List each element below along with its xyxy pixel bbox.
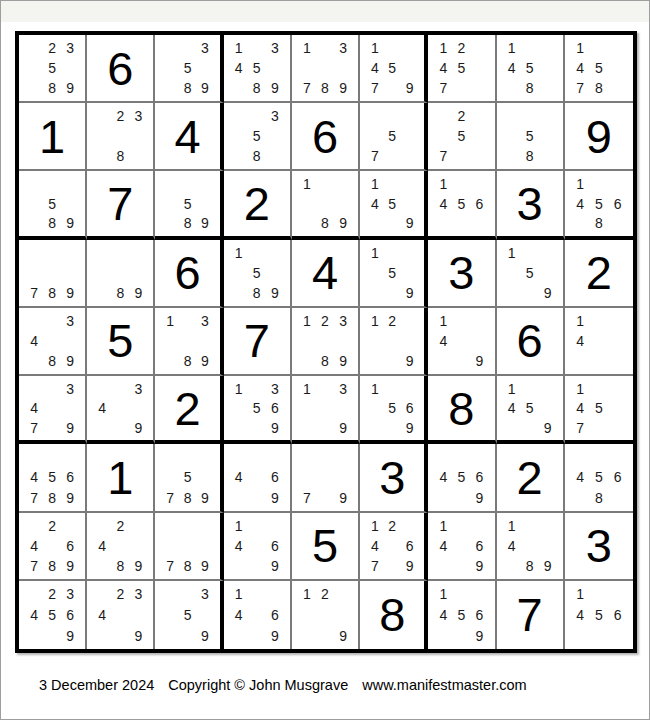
candidate-grid: 3589 [155, 35, 219, 101]
candidate-grid: 189 [292, 171, 358, 235]
candidate-digit: 6 [61, 467, 79, 487]
candidate-digit: 4 [503, 399, 521, 418]
cell-r7c1[interactable]: 456789 [19, 444, 87, 512]
candidate-digit: 4 [25, 331, 43, 351]
candidate-grid: 1457 [565, 376, 633, 440]
candidate-digit: 5 [248, 126, 266, 146]
cell-r4c2[interactable]: 89 [87, 240, 155, 308]
candidate-digit: 4 [93, 605, 111, 626]
candidate-digit: 1 [434, 38, 452, 58]
candidate-digit: 9 [266, 283, 284, 303]
candidate-digit: 8 [179, 78, 196, 98]
candidate-digit: 5 [384, 126, 401, 146]
candidate-digit: 1 [366, 516, 383, 536]
candidate-digit: 8 [43, 556, 61, 576]
candidate-grid: 12389 [292, 308, 358, 374]
candidate-digit: 7 [25, 283, 43, 303]
cell-r8c4[interactable]: 1469 [224, 513, 292, 581]
candidate-digit: 5 [43, 605, 61, 626]
candidate-digit: 9 [470, 487, 488, 507]
cell-r5c6[interactable]: 129 [360, 308, 428, 376]
cell-r5c3[interactable]: 1389 [155, 308, 223, 376]
candidate-digit: 4 [434, 467, 452, 487]
candidate-digit: 9 [334, 625, 352, 646]
candidate-digit: 3 [334, 311, 352, 331]
cell-r5c5[interactable]: 12389 [292, 308, 360, 376]
candidate-digit: 5 [521, 399, 539, 418]
candidate-digit: 5 [452, 194, 470, 213]
candidate-digit: 9 [61, 487, 79, 507]
solved-digit: 3 [517, 180, 543, 227]
cell-r9c3[interactable]: 359 [155, 581, 223, 649]
candidate-digit: 1 [503, 243, 521, 263]
candidate-digit: 9 [334, 213, 352, 232]
cell-r3c7[interactable]: 1456 [428, 171, 496, 239]
candidate-grid: 134589 [224, 35, 290, 101]
cell-r6c2[interactable]: 349 [87, 376, 155, 444]
candidate-grid: 58 [497, 103, 563, 169]
candidate-digit: 8 [521, 146, 539, 166]
candidate-grid: 57 [360, 103, 424, 169]
candidate-digit: 2 [316, 311, 334, 331]
candidate-digit: 4 [230, 605, 248, 626]
candidate-digit: 5 [384, 58, 401, 78]
cell-r8c1[interactable]: 246789 [19, 513, 87, 581]
cell-r7c2[interactable]: 1 [87, 444, 155, 512]
candidate-digit: 5 [521, 126, 539, 146]
candidate-digit: 5 [452, 605, 470, 626]
candidate-grid: 79 [292, 444, 358, 510]
candidate-digit: 1 [571, 174, 590, 193]
candidate-digit: 9 [129, 418, 147, 437]
candidate-digit: 7 [25, 556, 43, 576]
cell-r6c5[interactable]: 139 [292, 376, 360, 444]
candidate-digit: 4 [230, 536, 248, 556]
candidate-digit: 1 [571, 311, 590, 331]
candidate-digit: 2 [43, 516, 61, 536]
candidate-digit: 1 [298, 38, 316, 58]
solved-digit: 8 [448, 385, 474, 432]
candidate-grid: 12457 [428, 35, 494, 101]
candidate-digit: 8 [111, 283, 129, 303]
cell-r9c5[interactable]: 129 [292, 581, 360, 649]
cell-r3c8[interactable]: 3 [497, 171, 565, 239]
candidate-digit: 1 [366, 38, 383, 58]
candidate-digit: 8 [590, 213, 609, 232]
cell-r4c1[interactable]: 789 [19, 240, 87, 308]
cell-r9c8[interactable]: 7 [497, 581, 565, 649]
candidate-digit: 6 [608, 605, 627, 626]
cell-r8c3[interactable]: 789 [155, 513, 223, 581]
cell-r1c6[interactable]: 14579 [360, 35, 428, 103]
cell-r7c9[interactable]: 4568 [565, 444, 633, 512]
candidate-digit: 9 [266, 556, 284, 576]
candidate-grid: 5789 [155, 444, 219, 510]
candidate-digit: 3 [61, 38, 79, 58]
solved-digit: 3 [448, 249, 474, 296]
candidate-grid: 124679 [360, 513, 424, 579]
cell-r2c4[interactable]: 358 [224, 103, 292, 171]
candidate-grid: 129 [360, 308, 424, 374]
candidate-digit: 1 [571, 379, 590, 398]
candidate-grid: 1456 [428, 171, 494, 235]
candidate-digit: 4 [434, 58, 452, 78]
cell-r3c9[interactable]: 14568 [565, 171, 633, 239]
candidate-digit: 4 [571, 467, 590, 487]
solved-digit: 6 [312, 113, 338, 160]
candidate-digit: 8 [590, 78, 609, 98]
cell-r6c4[interactable]: 13569 [224, 376, 292, 444]
candidate-grid: 1459 [497, 376, 563, 440]
candidate-digit: 1 [161, 311, 178, 331]
cell-r9c2[interactable]: 2349 [87, 581, 155, 649]
solved-digit: 7 [517, 591, 543, 638]
candidate-digit: 4 [25, 399, 43, 418]
candidate-digit: 3 [196, 311, 213, 331]
candidate-digit: 5 [248, 263, 266, 283]
cell-r5c1[interactable]: 3489 [19, 308, 87, 376]
candidate-digit: 8 [43, 487, 61, 507]
candidate-grid: 1489 [497, 513, 563, 579]
cell-r7c8[interactable]: 2 [497, 444, 565, 512]
candidate-grid: 14568 [565, 171, 633, 235]
candidate-grid: 1456 [565, 581, 633, 649]
cell-r9c7[interactable]: 14569 [428, 581, 496, 649]
cell-r2c1[interactable]: 1 [19, 103, 87, 171]
cell-r6c8[interactable]: 1459 [497, 376, 565, 444]
candidate-grid: 1569 [360, 376, 424, 440]
candidate-grid: 13569 [224, 376, 290, 440]
candidate-digit: 8 [316, 78, 334, 98]
cell-r4c4[interactable]: 1589 [224, 240, 292, 308]
cell-r7c4[interactable]: 469 [224, 444, 292, 512]
cell-r4c8[interactable]: 159 [497, 240, 565, 308]
cell-r7c6[interactable]: 3 [360, 444, 428, 512]
candidate-digit: 9 [61, 78, 79, 98]
candidate-digit: 9 [470, 625, 488, 646]
candidate-digit: 9 [470, 556, 488, 576]
candidate-digit: 5 [179, 58, 196, 78]
cell-r8c8[interactable]: 1489 [497, 513, 565, 581]
candidate-digit: 5 [452, 467, 470, 487]
candidate-digit: 1 [366, 379, 383, 398]
candidate-digit: 2 [452, 106, 470, 126]
candidate-digit: 3 [266, 38, 284, 58]
candidate-digit: 8 [521, 556, 539, 576]
candidate-digit: 7 [298, 487, 316, 507]
candidate-digit: 2 [111, 516, 129, 536]
candidate-digit: 8 [316, 351, 334, 371]
candidate-grid: 589 [19, 171, 85, 235]
candidate-digit: 1 [434, 584, 452, 605]
candidate-grid: 1459 [360, 171, 424, 235]
candidate-grid: 789 [155, 513, 219, 579]
candidate-digit: 9 [266, 487, 284, 507]
candidate-digit: 2 [43, 38, 61, 58]
cell-r1c4[interactable]: 134589 [224, 35, 292, 103]
candidate-digit: 1 [230, 243, 248, 263]
cell-r5c4[interactable]: 7 [224, 308, 292, 376]
cell-r3c2[interactable]: 7 [87, 171, 155, 239]
candidate-digit: 9 [61, 418, 79, 437]
candidate-digit: 9 [61, 283, 79, 303]
candidate-digit: 9 [129, 283, 147, 303]
candidate-digit: 3 [61, 311, 79, 331]
cell-r5c8[interactable]: 6 [497, 308, 565, 376]
cell-r6c7[interactable]: 8 [428, 376, 496, 444]
candidate-digit: 3 [266, 379, 284, 398]
candidate-grid: 1469 [428, 513, 494, 579]
solved-digit: 1 [107, 454, 133, 501]
candidate-digit: 8 [43, 351, 61, 371]
candidate-digit: 9 [539, 283, 557, 303]
candidate-grid: 14 [565, 308, 633, 374]
candidate-digit: 6 [266, 467, 284, 487]
cell-r1c9[interactable]: 14578 [565, 35, 633, 103]
cell-r8c7[interactable]: 1469 [428, 513, 496, 581]
cell-r6c1[interactable]: 3479 [19, 376, 87, 444]
cell-r9c6[interactable]: 8 [360, 581, 428, 649]
footer: 3 December 2024 Copyright © John Musgrav… [39, 677, 527, 693]
candidate-digit: 5 [43, 194, 61, 213]
candidate-grid: 789 [19, 240, 85, 306]
candidate-digit: 9 [539, 418, 557, 437]
candidate-digit: 9 [196, 78, 213, 98]
candidate-digit: 1 [230, 38, 248, 58]
candidate-digit: 6 [266, 605, 284, 626]
candidate-digit: 8 [111, 556, 129, 576]
solved-digit: 5 [312, 522, 338, 569]
candidate-digit: 1 [298, 174, 316, 193]
candidate-digit: 9 [539, 556, 557, 576]
cell-r3c1[interactable]: 589 [19, 171, 87, 239]
candidate-digit: 6 [608, 194, 627, 213]
candidate-digit: 7 [571, 418, 590, 437]
candidate-digit: 1 [571, 38, 590, 58]
candidate-digit: 8 [43, 78, 61, 98]
candidate-grid: 159 [497, 240, 563, 306]
candidate-digit: 9 [61, 556, 79, 576]
candidate-digit: 5 [179, 194, 196, 213]
cell-r1c8[interactable]: 1458 [497, 35, 565, 103]
candidate-digit: 5 [590, 194, 609, 213]
cell-r2c8[interactable]: 58 [497, 103, 565, 171]
cell-r1c3[interactable]: 3589 [155, 35, 223, 103]
candidate-digit: 9 [266, 625, 284, 646]
candidate-digit: 3 [196, 584, 213, 605]
cell-r8c6[interactable]: 124679 [360, 513, 428, 581]
top-band [1, 1, 649, 22]
candidate-digit: 4 [366, 58, 383, 78]
candidate-digit: 7 [434, 78, 452, 98]
candidate-grid: 139 [292, 376, 358, 440]
candidate-digit: 6 [470, 467, 488, 487]
cell-r4c9[interactable]: 2 [565, 240, 633, 308]
candidate-digit: 5 [179, 467, 196, 487]
cell-r2c7[interactable]: 257 [428, 103, 496, 171]
candidate-digit: 8 [111, 146, 129, 166]
candidate-digit: 9 [129, 625, 147, 646]
cell-r8c2[interactable]: 2489 [87, 513, 155, 581]
page: 2358963589134589137891457912457145814578… [0, 0, 650, 720]
cell-r3c6[interactable]: 1459 [360, 171, 428, 239]
cell-r2c9[interactable]: 9 [565, 103, 633, 171]
solved-digit: 1 [39, 113, 65, 160]
cell-r1c7[interactable]: 12457 [428, 35, 496, 103]
candidate-grid: 234569 [19, 581, 85, 649]
candidate-digit: 2 [111, 584, 129, 605]
candidate-digit: 7 [366, 146, 383, 166]
solved-digit: 6 [174, 249, 200, 296]
candidate-digit: 9 [334, 487, 352, 507]
candidate-digit: 1 [366, 311, 383, 331]
candidate-digit: 9 [401, 556, 418, 576]
cell-r5c2[interactable]: 5 [87, 308, 155, 376]
cell-r9c9[interactable]: 1456 [565, 581, 633, 649]
cell-r6c3[interactable]: 2 [155, 376, 223, 444]
candidate-digit: 1 [434, 174, 452, 193]
solved-digit: 6 [107, 45, 133, 92]
candidate-grid: 3479 [19, 376, 85, 440]
footer-website[interactable]: www.manifestmaster.com [362, 677, 526, 693]
cell-r4c6[interactable]: 159 [360, 240, 428, 308]
candidate-digit: 4 [93, 399, 111, 418]
cell-r8c5[interactable]: 5 [292, 513, 360, 581]
candidate-digit: 4 [25, 605, 43, 626]
candidate-digit: 8 [43, 213, 61, 232]
candidate-digit: 9 [196, 213, 213, 232]
candidate-digit: 5 [590, 605, 609, 626]
candidate-digit: 4 [434, 194, 452, 213]
candidate-digit: 2 [384, 516, 401, 536]
candidate-digit: 9 [470, 351, 488, 371]
cell-r7c5[interactable]: 79 [292, 444, 360, 512]
candidate-digit: 5 [590, 399, 609, 418]
candidate-grid: 14579 [360, 35, 424, 101]
cell-r6c9[interactable]: 1457 [565, 376, 633, 444]
candidate-digit: 4 [571, 194, 590, 213]
cell-r2c5[interactable]: 6 [292, 103, 360, 171]
candidate-digit: 8 [521, 78, 539, 98]
candidate-grid: 4569 [428, 444, 494, 510]
candidate-digit: 1 [503, 516, 521, 536]
cell-r6c6[interactable]: 1569 [360, 376, 428, 444]
candidate-digit: 4 [366, 536, 383, 556]
candidate-grid: 3489 [19, 308, 85, 374]
candidate-digit: 6 [470, 536, 488, 556]
cell-r4c5[interactable]: 4 [292, 240, 360, 308]
candidate-digit: 9 [401, 213, 418, 232]
cell-r2c3[interactable]: 4 [155, 103, 223, 171]
candidate-grid: 159 [360, 240, 424, 306]
candidate-digit: 5 [452, 58, 470, 78]
candidate-digit: 6 [470, 605, 488, 626]
candidate-digit: 4 [230, 467, 248, 487]
candidate-digit: 9 [401, 351, 418, 371]
candidate-digit: 5 [248, 399, 266, 418]
cell-r3c5[interactable]: 189 [292, 171, 360, 239]
candidate-grid: 1469 [224, 581, 290, 649]
candidate-grid: 89 [87, 240, 153, 306]
candidate-digit: 4 [571, 58, 590, 78]
cell-r2c2[interactable]: 238 [87, 103, 155, 171]
candidate-digit: 1 [434, 311, 452, 331]
candidate-digit: 1 [298, 584, 316, 605]
candidate-digit: 1 [230, 516, 248, 536]
candidate-digit: 1 [434, 516, 452, 536]
candidate-digit: 9 [196, 556, 213, 576]
candidate-digit: 4 [503, 58, 521, 78]
candidate-grid: 456789 [19, 444, 85, 510]
cell-r5c7[interactable]: 149 [428, 308, 496, 376]
candidate-grid: 1458 [497, 35, 563, 101]
cell-r1c2[interactable]: 6 [87, 35, 155, 103]
cell-r7c7[interactable]: 4569 [428, 444, 496, 512]
candidate-digit: 8 [248, 283, 266, 303]
candidate-grid: 1469 [224, 513, 290, 579]
candidate-digit: 3 [334, 38, 352, 58]
candidate-digit: 2 [316, 584, 334, 605]
candidate-digit: 9 [401, 418, 418, 437]
solved-digit: 7 [244, 317, 270, 364]
solved-digit: 5 [107, 317, 133, 364]
candidate-digit: 9 [334, 78, 352, 98]
candidate-digit: 5 [521, 263, 539, 283]
candidate-grid: 129 [292, 581, 358, 649]
solved-digit: 4 [312, 249, 338, 296]
candidate-digit: 8 [248, 78, 266, 98]
cell-r7c3[interactable]: 5789 [155, 444, 223, 512]
solved-digit: 6 [517, 317, 543, 364]
candidate-digit: 4 [503, 536, 521, 556]
cell-r3c4[interactable]: 2 [224, 171, 292, 239]
sudoku-grid: 2358963589134589137891457912457145814578… [15, 31, 637, 653]
candidate-digit: 2 [384, 311, 401, 331]
candidate-digit: 8 [179, 556, 196, 576]
cell-r3c3[interactable]: 589 [155, 171, 223, 239]
candidate-digit: 3 [129, 584, 147, 605]
candidate-digit: 4 [571, 605, 590, 626]
cell-r5c9[interactable]: 14 [565, 308, 633, 376]
candidate-digit: 9 [401, 283, 418, 303]
solved-digit: 2 [517, 454, 543, 501]
cell-r9c1[interactable]: 234569 [19, 581, 87, 649]
candidate-digit: 4 [230, 58, 248, 78]
solved-digit: 9 [586, 113, 612, 160]
candidate-grid: 149 [428, 308, 494, 374]
candidate-digit: 9 [61, 625, 79, 646]
candidate-digit: 4 [366, 194, 383, 213]
cell-r1c5[interactable]: 13789 [292, 35, 360, 103]
candidate-digit: 9 [334, 418, 352, 437]
candidate-grid: 4568 [565, 444, 633, 510]
candidate-digit: 8 [179, 213, 196, 232]
cell-r4c3[interactable]: 6 [155, 240, 223, 308]
candidate-digit: 5 [590, 58, 609, 78]
cell-r1c1[interactable]: 23589 [19, 35, 87, 103]
candidate-digit: 5 [179, 605, 196, 626]
cell-r8c9[interactable]: 3 [565, 513, 633, 581]
candidate-grid: 1589 [224, 240, 290, 306]
candidate-grid: 589 [155, 171, 219, 235]
candidate-digit: 1 [366, 174, 383, 193]
cell-r9c4[interactable]: 1469 [224, 581, 292, 649]
candidate-digit: 9 [129, 556, 147, 576]
candidate-digit: 4 [571, 399, 590, 418]
cell-r4c7[interactable]: 3 [428, 240, 496, 308]
candidate-digit: 6 [401, 399, 418, 418]
cell-r2c6[interactable]: 57 [360, 103, 428, 171]
